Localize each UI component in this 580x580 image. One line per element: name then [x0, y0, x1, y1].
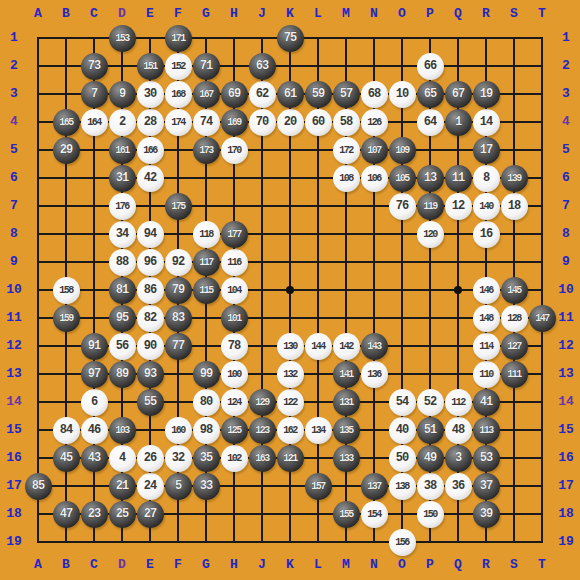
- move-number: 122: [283, 397, 297, 408]
- stone-R17-move-37[interactable]: 37: [473, 473, 500, 500]
- stone-H16-move-102[interactable]: 102: [221, 445, 248, 472]
- row-label-left-9: 9: [1, 254, 27, 270]
- stone-H14-move-124[interactable]: 124: [221, 389, 248, 416]
- row-label-left-6: 6: [1, 170, 27, 186]
- stone-J16-move-163[interactable]: 163: [249, 445, 276, 472]
- stone-K4-move-20[interactable]: 20: [277, 109, 304, 136]
- stone-H3-move-69[interactable]: 69: [221, 81, 248, 108]
- stone-S7-move-18[interactable]: 18: [501, 193, 528, 220]
- stone-D17-move-21[interactable]: 21: [109, 473, 136, 500]
- stone-B15-move-84[interactable]: 84: [53, 417, 80, 444]
- move-number: 76: [396, 199, 408, 213]
- row-label-right-14: 14: [553, 394, 579, 410]
- stone-D6-move-31[interactable]: 31: [109, 165, 136, 192]
- stone-F9-move-92[interactable]: 92: [165, 249, 192, 276]
- stone-O16-move-50[interactable]: 50: [389, 445, 416, 472]
- stone-L3-move-59[interactable]: 59: [305, 81, 332, 108]
- move-number: 169: [227, 117, 241, 128]
- stone-D10-move-81[interactable]: 81: [109, 277, 136, 304]
- move-number: 53: [480, 451, 492, 465]
- row-label-left-8: 8: [1, 226, 27, 242]
- move-number: 119: [423, 201, 437, 212]
- stone-D12-move-56[interactable]: 56: [109, 333, 136, 360]
- move-number: 164: [87, 117, 101, 128]
- stone-E10-move-86[interactable]: 86: [137, 277, 164, 304]
- move-number: 34: [116, 227, 128, 241]
- row-label-right-15: 15: [553, 422, 579, 438]
- stone-M6-move-108[interactable]: 108: [333, 165, 360, 192]
- stone-C15-move-46[interactable]: 46: [81, 417, 108, 444]
- col-label-top-K: K: [277, 6, 303, 22]
- stone-S10-move-145[interactable]: 145: [501, 277, 528, 304]
- stone-E13-move-93[interactable]: 93: [137, 361, 164, 388]
- stone-P17-move-38[interactable]: 38: [417, 473, 444, 500]
- stone-C12-move-91[interactable]: 91: [81, 333, 108, 360]
- stone-P2-move-66[interactable]: 66: [417, 53, 444, 80]
- move-number: 2: [119, 115, 125, 129]
- stone-F7-move-175[interactable]: 175: [165, 193, 192, 220]
- stone-F1-move-171[interactable]: 171: [165, 25, 192, 52]
- row-label-right-1: 1: [553, 30, 579, 46]
- stone-J2-move-63[interactable]: 63: [249, 53, 276, 80]
- stone-G10-move-115[interactable]: 115: [193, 277, 220, 304]
- move-number: 51: [424, 423, 436, 437]
- stone-R12-move-114[interactable]: 114: [473, 333, 500, 360]
- move-number: 48: [452, 423, 464, 437]
- stone-O3-move-10[interactable]: 10: [389, 81, 416, 108]
- stone-L15-move-134[interactable]: 134: [305, 417, 332, 444]
- stone-G17-move-33[interactable]: 33: [193, 473, 220, 500]
- col-label-bottom-J: J: [249, 557, 275, 573]
- move-number: 110: [479, 369, 493, 380]
- col-label-bottom-S: S: [501, 557, 527, 573]
- stone-D13-move-89[interactable]: 89: [109, 361, 136, 388]
- row-label-left-3: 3: [1, 86, 27, 102]
- col-label-bottom-T: T: [529, 557, 555, 573]
- col-label-top-A: A: [25, 6, 51, 22]
- stone-L12-move-144[interactable]: 144: [305, 333, 332, 360]
- move-number: 55: [144, 395, 156, 409]
- stone-F3-move-168[interactable]: 168: [165, 81, 192, 108]
- move-number: 21: [116, 479, 128, 493]
- stone-D18-move-25[interactable]: 25: [109, 501, 136, 528]
- stone-R8-move-16[interactable]: 16: [473, 221, 500, 248]
- stone-J15-move-123[interactable]: 123: [249, 417, 276, 444]
- stone-H12-move-78[interactable]: 78: [221, 333, 248, 360]
- stone-D3-move-9[interactable]: 9: [109, 81, 136, 108]
- move-number: 20: [284, 115, 296, 129]
- stone-R11-move-148[interactable]: 148: [473, 305, 500, 332]
- move-number: 38: [424, 479, 436, 493]
- stone-G14-move-80[interactable]: 80: [193, 389, 220, 416]
- stone-G2-move-71[interactable]: 71: [193, 53, 220, 80]
- stone-P8-move-120[interactable]: 120: [417, 221, 444, 248]
- row-label-left-7: 7: [1, 198, 27, 214]
- stone-E16-move-26[interactable]: 26: [137, 445, 164, 472]
- stone-Q16-move-3[interactable]: 3: [445, 445, 472, 472]
- stone-H13-move-100[interactable]: 100: [221, 361, 248, 388]
- stone-M12-move-142[interactable]: 142: [333, 333, 360, 360]
- stone-G5-move-173[interactable]: 173: [193, 137, 220, 164]
- stone-J4-move-70[interactable]: 70: [249, 109, 276, 136]
- stone-G8-move-118[interactable]: 118: [193, 221, 220, 248]
- row-label-left-11: 11: [1, 310, 27, 326]
- stone-P16-move-49[interactable]: 49: [417, 445, 444, 472]
- stone-R5-move-17[interactable]: 17: [473, 137, 500, 164]
- stone-P4-move-64[interactable]: 64: [417, 109, 444, 136]
- move-number: 37: [480, 479, 492, 493]
- stone-B4-move-165[interactable]: 165: [53, 109, 80, 136]
- move-number: 3: [455, 451, 461, 465]
- stone-K15-move-162[interactable]: 162: [277, 417, 304, 444]
- move-number: 28: [144, 115, 156, 129]
- stone-C3-move-7[interactable]: 7: [81, 81, 108, 108]
- move-number: 19: [480, 87, 492, 101]
- move-number: 103: [115, 425, 129, 436]
- row-label-right-13: 13: [553, 366, 579, 382]
- stone-H10-move-104[interactable]: 104: [221, 277, 248, 304]
- stone-P7-move-119[interactable]: 119: [417, 193, 444, 220]
- stone-G3-move-167[interactable]: 167: [193, 81, 220, 108]
- stone-B10-move-158[interactable]: 158: [53, 277, 80, 304]
- move-number: 36: [452, 479, 464, 493]
- move-number: 92: [172, 255, 184, 269]
- move-number: 166: [143, 145, 157, 156]
- stone-K14-move-122[interactable]: 122: [277, 389, 304, 416]
- move-number: 165: [59, 117, 73, 128]
- stone-N6-move-106[interactable]: 106: [361, 165, 388, 192]
- stone-C16-move-43[interactable]: 43: [81, 445, 108, 472]
- move-number: 144: [311, 341, 325, 352]
- row-label-left-2: 2: [1, 58, 27, 74]
- stone-C4-move-164[interactable]: 164: [81, 109, 108, 136]
- move-number: 111: [507, 369, 521, 380]
- row-label-left-13: 13: [1, 366, 27, 382]
- row-label-right-6: 6: [553, 170, 579, 186]
- move-number: 16: [480, 227, 492, 241]
- stone-K3-move-61[interactable]: 61: [277, 81, 304, 108]
- move-number: 85: [32, 479, 44, 493]
- stone-D11-move-95[interactable]: 95: [109, 305, 136, 332]
- stone-N4-move-126[interactable]: 126: [361, 109, 388, 136]
- stone-S12-move-127[interactable]: 127: [501, 333, 528, 360]
- stone-G9-move-117[interactable]: 117: [193, 249, 220, 276]
- move-number: 13: [424, 171, 436, 185]
- stone-P18-move-150[interactable]: 150: [417, 501, 444, 528]
- move-number: 7: [91, 87, 97, 101]
- stone-O15-move-40[interactable]: 40: [389, 417, 416, 444]
- stone-N3-move-68[interactable]: 68: [361, 81, 388, 108]
- stone-O17-move-138[interactable]: 138: [389, 473, 416, 500]
- stone-B18-move-47[interactable]: 47: [53, 501, 80, 528]
- stone-R3-move-19[interactable]: 19: [473, 81, 500, 108]
- move-number: 160: [171, 425, 185, 436]
- stone-Q7-move-12[interactable]: 12: [445, 193, 472, 220]
- col-label-top-Q: Q: [445, 6, 471, 22]
- row-label-left-16: 16: [1, 450, 27, 466]
- stone-D1-move-153[interactable]: 153: [109, 25, 136, 52]
- col-label-bottom-M: M: [333, 557, 359, 573]
- move-number: 24: [144, 479, 156, 493]
- stone-O6-move-105[interactable]: 105: [389, 165, 416, 192]
- stone-M13-move-141[interactable]: 141: [333, 361, 360, 388]
- stone-P14-move-52[interactable]: 52: [417, 389, 444, 416]
- hoshi-point-K10: [286, 286, 294, 294]
- stone-F10-move-79[interactable]: 79: [165, 277, 192, 304]
- col-label-top-G: G: [193, 6, 219, 22]
- stone-R15-move-113[interactable]: 113: [473, 417, 500, 444]
- move-number: 52: [424, 395, 436, 409]
- stone-M4-move-58[interactable]: 58: [333, 109, 360, 136]
- stone-E2-move-151[interactable]: 151: [137, 53, 164, 80]
- col-label-bottom-N: N: [361, 557, 387, 573]
- stone-M14-move-131[interactable]: 131: [333, 389, 360, 416]
- move-number: 88: [116, 255, 128, 269]
- move-number: 61: [284, 87, 296, 101]
- stone-G13-move-99[interactable]: 99: [193, 361, 220, 388]
- col-label-bottom-C: C: [81, 557, 107, 573]
- col-label-top-O: O: [389, 6, 415, 22]
- stone-E17-move-24[interactable]: 24: [137, 473, 164, 500]
- stone-Q6-move-11[interactable]: 11: [445, 165, 472, 192]
- stone-A17-move-85[interactable]: 85: [25, 473, 52, 500]
- stone-T11-move-147[interactable]: 147: [529, 305, 556, 332]
- stone-P15-move-51[interactable]: 51: [417, 417, 444, 444]
- col-label-bottom-P: P: [417, 557, 443, 573]
- stone-R4-move-14[interactable]: 14: [473, 109, 500, 136]
- stone-O19-move-156[interactable]: 156: [389, 529, 416, 556]
- move-number: 121: [283, 453, 297, 464]
- move-number: 93: [144, 367, 156, 381]
- stone-F2-move-152[interactable]: 152: [165, 53, 192, 80]
- move-number: 174: [171, 117, 185, 128]
- move-number: 71: [200, 59, 212, 73]
- move-number: 98: [200, 423, 212, 437]
- move-number: 14: [480, 115, 492, 129]
- row-label-right-19: 19: [553, 534, 579, 550]
- move-number: 46: [88, 423, 100, 437]
- move-number: 47: [60, 507, 72, 521]
- stone-E5-move-166[interactable]: 166: [137, 137, 164, 164]
- stone-Q3-move-67[interactable]: 67: [445, 81, 472, 108]
- move-number: 33: [200, 479, 212, 493]
- stone-E6-move-42[interactable]: 42: [137, 165, 164, 192]
- stone-M18-move-155[interactable]: 155: [333, 501, 360, 528]
- stone-R7-move-140[interactable]: 140: [473, 193, 500, 220]
- stone-O5-move-109[interactable]: 109: [389, 137, 416, 164]
- stone-R14-move-41[interactable]: 41: [473, 389, 500, 416]
- stone-P6-move-13[interactable]: 13: [417, 165, 444, 192]
- stone-E14-move-55[interactable]: 55: [137, 389, 164, 416]
- stone-N17-move-137[interactable]: 137: [361, 473, 388, 500]
- col-label-top-H: H: [221, 6, 247, 22]
- stone-D8-move-34[interactable]: 34: [109, 221, 136, 248]
- stone-K12-move-130[interactable]: 130: [277, 333, 304, 360]
- stone-R10-move-146[interactable]: 146: [473, 277, 500, 304]
- stone-Q15-move-48[interactable]: 48: [445, 417, 472, 444]
- move-number: 162: [283, 425, 297, 436]
- col-label-top-J: J: [249, 6, 275, 22]
- stone-F12-move-77[interactable]: 77: [165, 333, 192, 360]
- stone-F4-move-174[interactable]: 174: [165, 109, 192, 136]
- move-number: 78: [228, 339, 240, 353]
- move-number: 66: [424, 59, 436, 73]
- row-label-right-17: 17: [553, 478, 579, 494]
- move-number: 157: [311, 481, 325, 492]
- stone-M16-move-133[interactable]: 133: [333, 445, 360, 472]
- move-number: 173: [199, 145, 213, 156]
- stone-C18-move-23[interactable]: 23: [81, 501, 108, 528]
- col-label-bottom-H: H: [221, 557, 247, 573]
- move-number: 30: [144, 87, 156, 101]
- col-label-top-E: E: [137, 6, 163, 22]
- move-number: 12: [452, 199, 464, 213]
- move-number: 106: [367, 173, 381, 184]
- stone-R16-move-53[interactable]: 53: [473, 445, 500, 472]
- stone-N13-move-136[interactable]: 136: [361, 361, 388, 388]
- stone-G15-move-98[interactable]: 98: [193, 417, 220, 444]
- stone-J3-move-62[interactable]: 62: [249, 81, 276, 108]
- stone-H5-move-170[interactable]: 170: [221, 137, 248, 164]
- row-label-left-18: 18: [1, 506, 27, 522]
- stone-D16-move-4[interactable]: 4: [109, 445, 136, 472]
- move-number: 70: [256, 115, 268, 129]
- stone-Q14-move-112[interactable]: 112: [445, 389, 472, 416]
- stone-R13-move-110[interactable]: 110: [473, 361, 500, 388]
- stone-H8-move-177[interactable]: 177: [221, 221, 248, 248]
- stone-R18-move-39[interactable]: 39: [473, 501, 500, 528]
- move-number: 146: [479, 285, 493, 296]
- stone-E18-move-27[interactable]: 27: [137, 501, 164, 528]
- stone-F15-move-160[interactable]: 160: [165, 417, 192, 444]
- move-number: 60: [312, 115, 324, 129]
- row-label-right-4: 4: [553, 114, 579, 130]
- col-label-bottom-Q: Q: [445, 557, 471, 573]
- stone-S6-move-139[interactable]: 139: [501, 165, 528, 192]
- stone-B5-move-29[interactable]: 29: [53, 137, 80, 164]
- move-number: 141: [339, 369, 353, 380]
- move-number: 10: [396, 87, 408, 101]
- stone-E11-move-82[interactable]: 82: [137, 305, 164, 332]
- stone-K1-move-75[interactable]: 75: [277, 25, 304, 52]
- stone-D5-move-161[interactable]: 161: [109, 137, 136, 164]
- move-number: 115: [199, 285, 213, 296]
- row-label-right-11: 11: [553, 310, 579, 326]
- stone-M15-move-135[interactable]: 135: [333, 417, 360, 444]
- stone-H4-move-169[interactable]: 169: [221, 109, 248, 136]
- go-board[interactable]: AABBCCDDEEFFGGHHJJKKLLMMNNOOPPQQRRSSTT11…: [0, 0, 580, 580]
- row-label-left-4: 4: [1, 114, 27, 130]
- row-label-right-2: 2: [553, 58, 579, 74]
- row-label-left-5: 5: [1, 142, 27, 158]
- stone-H11-move-101[interactable]: 101: [221, 305, 248, 332]
- move-number: 167: [199, 89, 213, 100]
- stone-D9-move-88[interactable]: 88: [109, 249, 136, 276]
- row-label-left-1: 1: [1, 30, 27, 46]
- stone-B16-move-45[interactable]: 45: [53, 445, 80, 472]
- move-number: 43: [88, 451, 100, 465]
- move-number: 127: [507, 341, 521, 352]
- stone-G4-move-74[interactable]: 74: [193, 109, 220, 136]
- move-number: 120: [423, 229, 437, 240]
- stone-K13-move-132[interactable]: 132: [277, 361, 304, 388]
- move-number: 150: [423, 509, 437, 520]
- stone-C14-move-6[interactable]: 6: [81, 389, 108, 416]
- col-label-top-D: D: [109, 6, 135, 22]
- stone-Q17-move-36[interactable]: 36: [445, 473, 472, 500]
- move-number: 116: [227, 257, 241, 268]
- stone-K16-move-121[interactable]: 121: [277, 445, 304, 472]
- stone-S11-move-128[interactable]: 128: [501, 305, 528, 332]
- stone-F11-move-83[interactable]: 83: [165, 305, 192, 332]
- stone-C2-move-73[interactable]: 73: [81, 53, 108, 80]
- move-number: 175: [171, 201, 185, 212]
- move-number: 80: [200, 395, 212, 409]
- stone-N18-move-154[interactable]: 154: [361, 501, 388, 528]
- row-label-right-8: 8: [553, 226, 579, 242]
- move-number: 25: [116, 507, 128, 521]
- stone-Q4-move-1[interactable]: 1: [445, 109, 472, 136]
- move-number: 161: [115, 145, 129, 156]
- move-number: 26: [144, 451, 156, 465]
- stone-G16-move-35[interactable]: 35: [193, 445, 220, 472]
- move-number: 35: [200, 451, 212, 465]
- stone-S13-move-111[interactable]: 111: [501, 361, 528, 388]
- row-label-right-18: 18: [553, 506, 579, 522]
- stone-E8-move-94[interactable]: 94: [137, 221, 164, 248]
- stone-H15-move-125[interactable]: 125: [221, 417, 248, 444]
- move-number: 5: [175, 479, 181, 493]
- col-label-top-C: C: [81, 6, 107, 22]
- stone-L4-move-60[interactable]: 60: [305, 109, 332, 136]
- stone-R6-move-8[interactable]: 8: [473, 165, 500, 192]
- stone-D4-move-2[interactable]: 2: [109, 109, 136, 136]
- stone-O7-move-76[interactable]: 76: [389, 193, 416, 220]
- stone-P3-move-65[interactable]: 65: [417, 81, 444, 108]
- stone-M5-move-172[interactable]: 172: [333, 137, 360, 164]
- stone-E9-move-96[interactable]: 96: [137, 249, 164, 276]
- move-number: 40: [396, 423, 408, 437]
- move-number: 75: [284, 31, 296, 45]
- stone-F17-move-5[interactable]: 5: [165, 473, 192, 500]
- move-number: 90: [144, 339, 156, 353]
- stone-E4-move-28[interactable]: 28: [137, 109, 164, 136]
- stone-N5-move-107[interactable]: 107: [361, 137, 388, 164]
- stone-E12-move-90[interactable]: 90: [137, 333, 164, 360]
- stone-H9-move-116[interactable]: 116: [221, 249, 248, 276]
- row-label-left-19: 19: [1, 534, 27, 550]
- stone-M3-move-57[interactable]: 57: [333, 81, 360, 108]
- row-label-left-12: 12: [1, 338, 27, 354]
- stone-E3-move-30[interactable]: 30: [137, 81, 164, 108]
- col-label-bottom-L: L: [305, 557, 331, 573]
- row-label-left-15: 15: [1, 422, 27, 438]
- stone-L17-move-157[interactable]: 157: [305, 473, 332, 500]
- stone-C13-move-97[interactable]: 97: [81, 361, 108, 388]
- stone-J14-move-129[interactable]: 129: [249, 389, 276, 416]
- move-number: 172: [339, 145, 353, 156]
- stone-D7-move-176[interactable]: 176: [109, 193, 136, 220]
- stone-B11-move-159[interactable]: 159: [53, 305, 80, 332]
- stone-N12-move-143[interactable]: 143: [361, 333, 388, 360]
- stone-D15-move-103[interactable]: 103: [109, 417, 136, 444]
- col-label-top-M: M: [333, 6, 359, 22]
- col-label-top-T: T: [529, 6, 555, 22]
- move-number: 125: [227, 425, 241, 436]
- stone-O14-move-54[interactable]: 54: [389, 389, 416, 416]
- stone-F16-move-32[interactable]: 32: [165, 445, 192, 472]
- move-number: 96: [144, 255, 156, 269]
